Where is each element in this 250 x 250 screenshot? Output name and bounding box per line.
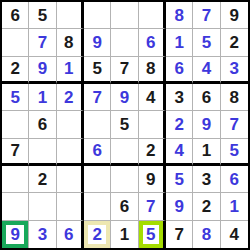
cell-r6c2[interactable] (29, 139, 56, 166)
cell-r2c2[interactable]: 7 (29, 29, 56, 56)
cell-r8c2[interactable] (29, 193, 56, 220)
cell-r6c4[interactable]: 6 (84, 139, 111, 166)
cell-r3c8[interactable]: 4 (193, 57, 220, 84)
cell-r7c9[interactable]: 6 (221, 166, 248, 193)
cell-r7c6[interactable]: 9 (139, 166, 166, 193)
cell-r9c2[interactable]: 3 (29, 221, 56, 248)
cell-r5c3[interactable] (57, 111, 84, 138)
cell-r9c7[interactable]: 7 (166, 221, 193, 248)
cell-r5c4[interactable] (84, 111, 111, 138)
cell-r3c7[interactable]: 6 (166, 57, 193, 84)
cell-r2c6[interactable]: 6 (139, 29, 166, 56)
cell-r9c8[interactable]: 8 (193, 221, 220, 248)
cell-r4c7[interactable]: 3 (166, 84, 193, 111)
cell-r2c3[interactable]: 8 (57, 29, 84, 56)
cell-r8c3[interactable] (57, 193, 84, 220)
cell-r6c6[interactable]: 2 (139, 139, 166, 166)
cell-r4c3[interactable]: 2 (57, 84, 84, 111)
cell-r9c9[interactable]: 4 (221, 221, 248, 248)
cell-r1c8[interactable]: 7 (193, 2, 220, 29)
cell-r7c1[interactable] (2, 166, 29, 193)
cell-r1c3[interactable] (57, 2, 84, 29)
cell-r5c7[interactable]: 2 (166, 111, 193, 138)
cell-r1c6[interactable] (139, 2, 166, 29)
cell-r8c1[interactable] (2, 193, 29, 220)
cell-r4c9[interactable]: 8 (221, 84, 248, 111)
cell-r2c7[interactable]: 1 (166, 29, 193, 56)
cell-r1c4[interactable] (84, 2, 111, 29)
cell-r1c5[interactable] (111, 2, 138, 29)
cell-r6c8[interactable]: 1 (193, 139, 220, 166)
cell-r5c5[interactable]: 5 (111, 111, 138, 138)
cell-r9c3[interactable]: 6 (57, 221, 84, 248)
cell-r2c4[interactable]: 9 (84, 29, 111, 56)
cell-r4c1[interactable]: 5 (2, 84, 29, 111)
cell-r4c6[interactable]: 4 (139, 84, 166, 111)
cell-r4c5[interactable]: 9 (111, 84, 138, 111)
cell-r7c2[interactable]: 2 (29, 166, 56, 193)
sudoku-board: 6587978961522915786435127943686529776241… (0, 0, 250, 250)
cell-r2c8[interactable]: 5 (193, 29, 220, 56)
cell-r8c9[interactable]: 1 (221, 193, 248, 220)
cell-r7c5[interactable] (111, 166, 138, 193)
cell-r3c9[interactable]: 3 (221, 57, 248, 84)
cell-r3c4[interactable]: 5 (84, 57, 111, 84)
cell-r2c1[interactable] (2, 29, 29, 56)
cell-r3c1[interactable]: 2 (2, 57, 29, 84)
cell-r3c2[interactable]: 9 (29, 57, 56, 84)
cell-r4c4[interactable]: 7 (84, 84, 111, 111)
cell-r1c2[interactable]: 5 (29, 2, 56, 29)
cell-r7c7[interactable]: 5 (166, 166, 193, 193)
cell-r2c5[interactable] (111, 29, 138, 56)
cell-r5c9[interactable]: 7 (221, 111, 248, 138)
cell-r7c3[interactable] (57, 166, 84, 193)
cell-r7c4[interactable] (84, 166, 111, 193)
cell-r3c6[interactable]: 8 (139, 57, 166, 84)
cell-r5c1[interactable] (2, 111, 29, 138)
cell-r5c6[interactable] (139, 111, 166, 138)
cell-r6c9[interactable]: 5 (221, 139, 248, 166)
hint-cell-cream[interactable]: 2 (84, 221, 111, 248)
active-cell-lime[interactable]: 5 (139, 221, 166, 248)
cell-r3c5[interactable]: 7 (111, 57, 138, 84)
cell-r6c3[interactable] (57, 139, 84, 166)
cell-r7c8[interactable]: 3 (193, 166, 220, 193)
cell-r8c5[interactable]: 6 (111, 193, 138, 220)
cell-r5c2[interactable]: 6 (29, 111, 56, 138)
cell-r8c4[interactable] (84, 193, 111, 220)
cell-r1c1[interactable]: 6 (2, 2, 29, 29)
cell-r8c6[interactable]: 7 (139, 193, 166, 220)
cell-r1c7[interactable]: 8 (166, 2, 193, 29)
cell-r6c5[interactable] (111, 139, 138, 166)
cell-r4c2[interactable]: 1 (29, 84, 56, 111)
cell-r8c7[interactable]: 9 (166, 193, 193, 220)
cell-r3c3[interactable]: 1 (57, 57, 84, 84)
cell-r2c9[interactable]: 2 (221, 29, 248, 56)
cell-r8c8[interactable]: 2 (193, 193, 220, 220)
cell-r6c7[interactable]: 4 (166, 139, 193, 166)
cell-r6c1[interactable]: 7 (2, 139, 29, 166)
selected-cell-green[interactable]: 9 (2, 221, 29, 248)
cell-r1c9[interactable]: 9 (221, 2, 248, 29)
cell-r4c8[interactable]: 6 (193, 84, 220, 111)
cell-r5c8[interactable]: 9 (193, 111, 220, 138)
cell-r9c5[interactable]: 1 (111, 221, 138, 248)
